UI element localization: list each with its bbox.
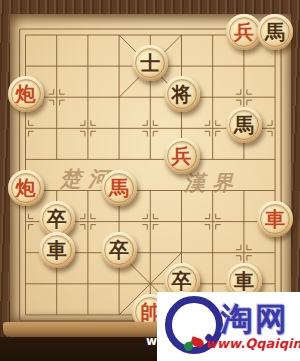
piece-red-cannon[interactable]: 炮 <box>8 170 44 206</box>
piece-black-chariot[interactable]: 車 <box>39 232 75 268</box>
piece-red-horse[interactable]: 馬 <box>101 170 137 206</box>
piece-black-horse[interactable]: 馬 <box>257 14 293 50</box>
piece-red-cannon[interactable]: 炮 <box>8 76 44 112</box>
xiangqi-app-window: 楚河 漢界 兵馬士炮将馬兵炮馬卒車車卒卒車帥 www.Qqaiqin.com 淘… <box>0 0 300 361</box>
piece-red-soldier[interactable]: 兵 <box>164 138 200 174</box>
watermark-url-red: www.Qqaiqin.com <box>205 336 300 351</box>
river-label-han-jie: 漢界 <box>184 169 240 197</box>
piece-black-soldier[interactable]: 卒 <box>101 232 137 268</box>
xiangqi-board[interactable]: 楚河 漢界 兵馬士炮将馬兵炮馬卒車車卒卒車帥 <box>10 14 291 322</box>
piece-red-chariot[interactable]: 車 <box>257 201 293 237</box>
taobao-watermark-box: 淘网 www.Qqaiqin.com <box>157 292 300 361</box>
piece-black-general[interactable]: 将 <box>164 76 200 112</box>
piece-black-horse[interactable]: 馬 <box>226 107 262 143</box>
